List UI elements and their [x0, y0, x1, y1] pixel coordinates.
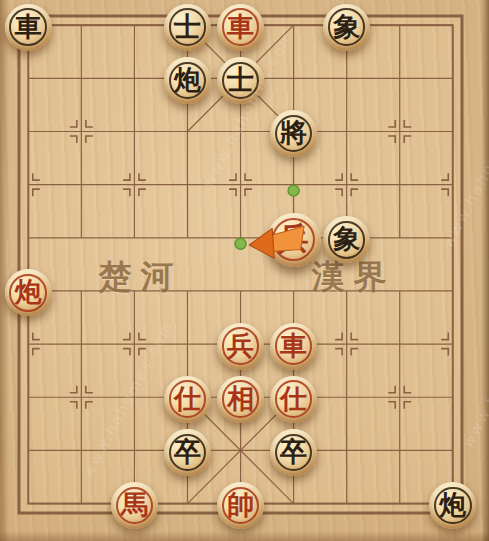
piece-character: 將 [280, 119, 307, 146]
piece-black-elephant[interactable]: 象 [323, 4, 370, 51]
piece-red-general[interactable]: 帥 [217, 482, 264, 529]
xiangqi-board: 楚河 漢界 www.hahomes.com www.hahomes.com ww… [0, 0, 489, 541]
piece-character: 炮 [174, 66, 201, 93]
piece-character: 車 [15, 13, 42, 40]
piece-character: 車 [280, 332, 307, 359]
piece-black-cannon[interactable]: 炮 [429, 482, 476, 529]
river-label-left: 楚河 [90, 255, 183, 300]
piece-red-advisor[interactable]: 仕 [164, 376, 211, 423]
piece-character: 士 [174, 13, 201, 40]
piece-character: 象 [333, 13, 360, 40]
piece-character: 兵 [227, 332, 254, 359]
piece-character: 象 [333, 225, 360, 252]
piece-black-cannon[interactable]: 炮 [164, 57, 211, 104]
piece-red-chariot[interactable]: 車 [270, 323, 317, 370]
piece-red-elephant[interactable]: 相 [217, 376, 264, 423]
piece-red-soldier[interactable]: 兵 [267, 213, 321, 267]
piece-character: 車 [227, 13, 254, 40]
piece-red-cannon[interactable]: 炮 [5, 269, 52, 316]
piece-black-soldier[interactable]: 卒 [164, 429, 211, 476]
piece-black-advisor[interactable]: 士 [217, 57, 264, 104]
piece-character: 相 [227, 385, 254, 412]
piece-character: 炮 [15, 278, 42, 305]
piece-black-general[interactable]: 將 [270, 110, 317, 157]
piece-red-soldier[interactable]: 兵 [217, 323, 264, 370]
piece-red-chariot[interactable]: 車 [217, 4, 264, 51]
piece-character: 卒 [174, 438, 201, 465]
piece-character: 士 [227, 66, 254, 93]
piece-character: 仕 [280, 385, 307, 412]
piece-character: 兵 [278, 223, 309, 254]
piece-character: 仕 [174, 385, 201, 412]
piece-black-soldier[interactable]: 卒 [270, 429, 317, 476]
move-target-dot[interactable] [235, 238, 246, 249]
piece-character: 帥 [227, 491, 254, 518]
piece-black-chariot[interactable]: 車 [5, 4, 52, 51]
move-target-dot[interactable] [288, 185, 299, 196]
piece-character: 炮 [439, 491, 466, 518]
piece-red-advisor[interactable]: 仕 [270, 376, 317, 423]
piece-character: 馬 [121, 491, 148, 518]
piece-character: 卒 [280, 438, 307, 465]
piece-red-horse[interactable]: 馬 [111, 482, 158, 529]
piece-black-advisor[interactable]: 士 [164, 4, 211, 51]
